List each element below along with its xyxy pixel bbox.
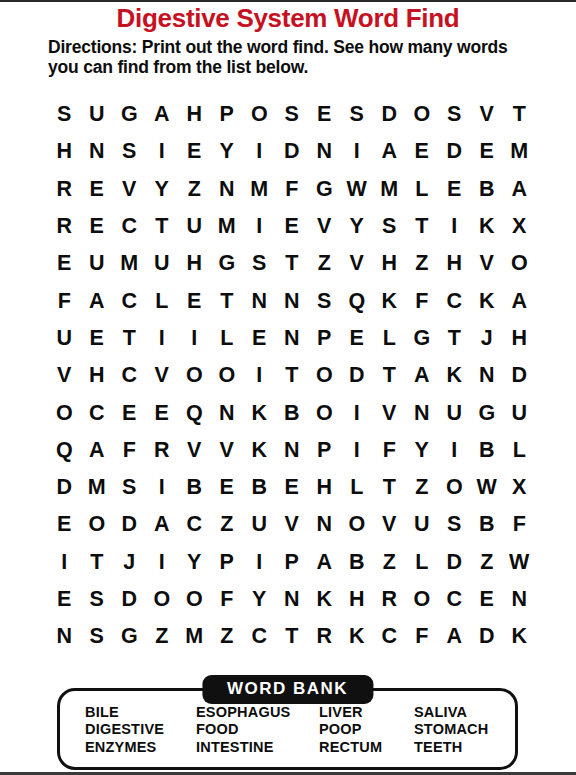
grid-cell: K — [471, 282, 504, 319]
word-bank-word: POOP — [319, 721, 414, 738]
grid-cell: A — [146, 96, 179, 133]
grid-cell: T — [146, 208, 179, 245]
grid-cell: T — [81, 544, 114, 581]
grid-cell: K — [503, 618, 536, 655]
grid-cell: I — [178, 320, 211, 357]
grid-cell: O — [438, 469, 471, 506]
grid-cell: A — [406, 357, 439, 394]
grid-cell: N — [81, 133, 114, 170]
grid-cell: E — [341, 320, 374, 357]
grid-cell: Z — [211, 506, 244, 543]
grid-cell: Z — [146, 618, 179, 655]
letter-grid: SUGAHPOSESDOSVTHNSIEYIDNIAEDEMREVYZNMFGW… — [48, 96, 536, 655]
grid-cell: S — [438, 506, 471, 543]
grid-cell: L — [406, 544, 439, 581]
grid-cell: G — [113, 618, 146, 655]
grid-cell: B — [471, 432, 504, 469]
grid-cell: P — [211, 544, 244, 581]
grid-cell: N — [211, 394, 244, 431]
word-bank-box: WORD BANK BILEDIGESTIVEENZYMESESOPHAGUSF… — [57, 688, 518, 770]
grid-cell: V — [276, 506, 309, 543]
grid-cell: S — [276, 96, 309, 133]
grid-cell: V — [211, 432, 244, 469]
word-bank-column: BILEDIGESTIVEENZYMES — [85, 704, 196, 756]
grid-cell: S — [81, 618, 114, 655]
grid-cell: T — [373, 357, 406, 394]
grid-cell: F — [503, 506, 536, 543]
grid-cell: M — [503, 133, 536, 170]
grid-cell: G — [211, 245, 244, 282]
grid-cell: D — [48, 469, 81, 506]
grid-cell: K — [243, 432, 276, 469]
grid-cell: P — [211, 96, 244, 133]
grid-cell: I — [438, 208, 471, 245]
grid-cell: V — [146, 357, 179, 394]
grid-cell: E — [276, 469, 309, 506]
grid-cell: C — [113, 208, 146, 245]
grid-cell: C — [113, 357, 146, 394]
directions-line-2: you can find from the list below. — [48, 58, 548, 78]
grid-cell: E — [48, 581, 81, 618]
grid-cell: B — [243, 469, 276, 506]
grid-cell: I — [243, 133, 276, 170]
grid-cell: C — [373, 618, 406, 655]
grid-cell: V — [373, 394, 406, 431]
grid-cell: M — [373, 171, 406, 208]
grid-cell: I — [146, 469, 179, 506]
grid-cell: L — [341, 469, 374, 506]
grid-cell: I — [146, 544, 179, 581]
grid-cell: T — [211, 282, 244, 319]
grid-cell: N — [276, 432, 309, 469]
grid-cell: G — [113, 96, 146, 133]
grid-cell: N — [276, 282, 309, 319]
grid-cell: Y — [406, 432, 439, 469]
grid-cell: F — [406, 618, 439, 655]
grid-cell: F — [48, 282, 81, 319]
grid-cell: H — [341, 581, 374, 618]
word-bank-word: ESOPHAGUS — [196, 704, 319, 721]
grid-cell: V — [178, 432, 211, 469]
grid-cell: T — [503, 96, 536, 133]
grid-cell: X — [503, 469, 536, 506]
grid-cell: M — [81, 469, 114, 506]
grid-cell: K — [243, 394, 276, 431]
grid-cell: O — [308, 394, 341, 431]
grid-cell: E — [81, 208, 114, 245]
grid-cell: I — [341, 394, 374, 431]
grid-cell: P — [308, 432, 341, 469]
grid-cell: Y — [211, 133, 244, 170]
grid-cell: E — [243, 320, 276, 357]
grid-cell: N — [276, 320, 309, 357]
grid-cell: O — [178, 357, 211, 394]
grid-cell: D — [373, 96, 406, 133]
grid-cell: L — [503, 432, 536, 469]
grid-cell: Z — [471, 544, 504, 581]
grid-cell: N — [243, 282, 276, 319]
grid-cell: K — [438, 357, 471, 394]
grid-cell: E — [211, 469, 244, 506]
grid-cell: U — [243, 506, 276, 543]
grid-cell: R — [48, 171, 81, 208]
grid-cell: U — [81, 96, 114, 133]
grid-cell: I — [341, 432, 374, 469]
grid-cell: O — [406, 581, 439, 618]
grid-cell: K — [373, 282, 406, 319]
grid-cell: B — [471, 506, 504, 543]
grid-cell: Z — [308, 245, 341, 282]
grid-cell: T — [276, 245, 309, 282]
grid-cell: N — [211, 171, 244, 208]
grid-cell: M — [243, 171, 276, 208]
grid-cell: E — [178, 282, 211, 319]
grid-cell: E — [178, 133, 211, 170]
grid-cell: E — [81, 320, 114, 357]
grid-cell: D — [438, 544, 471, 581]
grid-cell: Q — [48, 432, 81, 469]
grid-cell: U — [503, 394, 536, 431]
grid-cell: P — [308, 320, 341, 357]
grid-cell: S — [341, 96, 374, 133]
grid-cell: T — [438, 320, 471, 357]
grid-cell: U — [81, 245, 114, 282]
grid-cell: Y — [341, 208, 374, 245]
grid-cell: U — [406, 506, 439, 543]
grid-cell: L — [146, 282, 179, 319]
grid-cell: C — [243, 618, 276, 655]
grid-cell: A — [503, 282, 536, 319]
grid-cell: E — [113, 394, 146, 431]
grid-cell: N — [406, 394, 439, 431]
grid-cell: H — [308, 469, 341, 506]
grid-cell: E — [438, 171, 471, 208]
word-bank-word: RECTUM — [319, 739, 414, 756]
grid-cell: I — [243, 357, 276, 394]
grid-cell: Z — [406, 469, 439, 506]
grid-cell: C — [178, 506, 211, 543]
grid-cell: U — [48, 320, 81, 357]
grid-cell: O — [146, 581, 179, 618]
grid-cell: R — [146, 432, 179, 469]
page-title: Digestive System Word Find — [0, 3, 576, 34]
grid-cell: S — [308, 282, 341, 319]
grid-cell: K — [341, 618, 374, 655]
grid-cell: W — [471, 469, 504, 506]
grid-cell: E — [471, 133, 504, 170]
grid-cell: O — [341, 506, 374, 543]
word-bank-word: FOOD — [196, 721, 319, 738]
grid-cell: T — [406, 208, 439, 245]
grid-cell: B — [178, 469, 211, 506]
grid-cell: A — [146, 506, 179, 543]
word-bank-column: ESOPHAGUSFOODINTESTINE — [196, 704, 319, 756]
word-bank-word: TEETH — [414, 739, 509, 756]
grid-cell: F — [276, 171, 309, 208]
grid-cell: Z — [211, 618, 244, 655]
grid-cell: A — [81, 432, 114, 469]
word-bank-word: DIGESTIVE — [85, 721, 196, 738]
grid-cell: E — [48, 506, 81, 543]
grid-cell: N — [48, 618, 81, 655]
word-bank-word: INTESTINE — [196, 739, 319, 756]
grid-cell: L — [211, 320, 244, 357]
grid-cell: V — [113, 171, 146, 208]
grid-cell: R — [373, 581, 406, 618]
word-bank-word: SALIVA — [414, 704, 509, 721]
word-bank-word: ENZYMES — [85, 739, 196, 756]
grid-cell: H — [373, 245, 406, 282]
grid-cell: D — [113, 506, 146, 543]
grid-cell: T — [276, 618, 309, 655]
grid-cell: O — [48, 394, 81, 431]
grid-cell: B — [471, 171, 504, 208]
grid-cell: M — [211, 208, 244, 245]
word-bank-word: LIVER — [319, 704, 414, 721]
grid-cell: S — [373, 208, 406, 245]
grid-cell: F — [406, 282, 439, 319]
grid-cell: V — [471, 245, 504, 282]
grid-cell: F — [211, 581, 244, 618]
grid-cell: L — [373, 320, 406, 357]
grid-cell: A — [503, 171, 536, 208]
grid-cell: F — [373, 432, 406, 469]
grid-cell: O — [178, 581, 211, 618]
grid-cell: T — [373, 469, 406, 506]
grid-cell: K — [308, 581, 341, 618]
grid-cell: G — [471, 394, 504, 431]
grid-cell: M — [178, 618, 211, 655]
grid-cell: C — [438, 282, 471, 319]
grid-cell: Q — [341, 282, 374, 319]
grid-cell: O — [211, 357, 244, 394]
grid-cell: G — [406, 320, 439, 357]
grid-cell: K — [471, 208, 504, 245]
grid-cell: Y — [178, 544, 211, 581]
word-bank-columns: BILEDIGESTIVEENZYMESESOPHAGUSFOODINTESTI… — [85, 704, 509, 756]
grid-cell: I — [341, 133, 374, 170]
grid-cell: J — [113, 544, 146, 581]
grid-cell: H — [48, 133, 81, 170]
grid-cell: X — [503, 208, 536, 245]
grid-cell: W — [341, 171, 374, 208]
grid-cell: N — [471, 357, 504, 394]
grid-cell: S — [81, 581, 114, 618]
grid-cell: I — [146, 320, 179, 357]
grid-cell: N — [276, 581, 309, 618]
grid-cell: D — [438, 133, 471, 170]
grid-cell: Y — [243, 581, 276, 618]
grid-cell: O — [406, 96, 439, 133]
word-bank-header: WORD BANK — [202, 675, 373, 704]
grid-cell: V — [471, 96, 504, 133]
grid-cell: B — [276, 394, 309, 431]
grid-cell: O — [503, 245, 536, 282]
grid-cell: Z — [373, 544, 406, 581]
grid-cell: D — [503, 357, 536, 394]
grid-cell: D — [276, 133, 309, 170]
grid-cell: S — [113, 469, 146, 506]
grid-cell: S — [243, 245, 276, 282]
grid-cell: V — [373, 506, 406, 543]
grid-cell: S — [113, 133, 146, 170]
worksheet-page: Digestive System Word Find Directions: P… — [0, 0, 576, 775]
directions-text: Directions: Print out the word find. See… — [48, 38, 548, 77]
grid-cell: J — [471, 320, 504, 357]
grid-cell: Z — [178, 171, 211, 208]
grid-cell: G — [308, 171, 341, 208]
grid-cell: I — [146, 133, 179, 170]
grid-cell: M — [113, 245, 146, 282]
grid-cell: E — [276, 208, 309, 245]
grid-cell: E — [81, 171, 114, 208]
grid-cell: H — [178, 245, 211, 282]
grid-cell: U — [146, 245, 179, 282]
grid-cell: C — [81, 394, 114, 431]
grid-cell: L — [406, 171, 439, 208]
grid-cell: E — [146, 394, 179, 431]
grid-cell: B — [341, 544, 374, 581]
grid-cell: V — [48, 357, 81, 394]
grid-cell: I — [438, 432, 471, 469]
grid-cell: S — [48, 96, 81, 133]
grid-cell: D — [113, 581, 146, 618]
grid-cell: T — [113, 320, 146, 357]
word-bank-column: SALIVASTOMACHTEETH — [414, 704, 509, 756]
grid-cell: Y — [146, 171, 179, 208]
grid-cell: C — [438, 581, 471, 618]
directions-line-1: Directions: Print out the word find. See… — [48, 38, 548, 58]
grid-cell: Q — [178, 394, 211, 431]
grid-cell: E — [308, 96, 341, 133]
grid-cell: Z — [406, 245, 439, 282]
grid-cell: N — [308, 133, 341, 170]
grid-cell: P — [276, 544, 309, 581]
grid-cell: N — [503, 581, 536, 618]
grid-cell: A — [81, 282, 114, 319]
grid-cell: U — [178, 208, 211, 245]
grid-cell: E — [471, 581, 504, 618]
grid-cell: I — [243, 208, 276, 245]
grid-cell: S — [438, 96, 471, 133]
grid-cell: U — [438, 394, 471, 431]
grid-cell: H — [438, 245, 471, 282]
grid-cell: N — [308, 506, 341, 543]
grid-cell: H — [503, 320, 536, 357]
grid-cell: E — [48, 245, 81, 282]
grid-cell: A — [308, 544, 341, 581]
grid-cell: H — [81, 357, 114, 394]
word-bank-word: BILE — [85, 704, 196, 721]
grid-cell: R — [48, 208, 81, 245]
grid-cell: D — [341, 357, 374, 394]
grid-cell: O — [243, 96, 276, 133]
grid-cell: C — [113, 282, 146, 319]
grid-cell: A — [373, 133, 406, 170]
word-bank-column: LIVERPOOPRECTUM — [319, 704, 414, 756]
word-bank-word: STOMACH — [414, 721, 509, 738]
grid-cell: V — [308, 208, 341, 245]
grid-cell: T — [276, 357, 309, 394]
grid-cell: A — [438, 618, 471, 655]
grid-cell: F — [113, 432, 146, 469]
grid-cell: H — [178, 96, 211, 133]
grid-cell: V — [341, 245, 374, 282]
grid-cell: I — [48, 544, 81, 581]
grid-cell: R — [308, 618, 341, 655]
grid-cell: I — [243, 544, 276, 581]
grid-cell: O — [81, 506, 114, 543]
grid-cell: O — [308, 357, 341, 394]
grid-cell: E — [406, 133, 439, 170]
grid-cell: D — [471, 618, 504, 655]
grid-cell: W — [503, 544, 536, 581]
